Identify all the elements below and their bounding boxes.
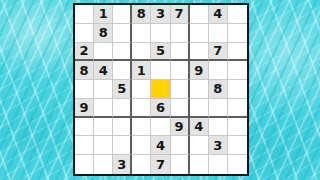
cell-r4c7[interactable]: 9 [190, 61, 209, 80]
cell-r3c2[interactable] [94, 43, 113, 62]
cell-r1c2[interactable]: 1 [94, 5, 113, 24]
cell-r7c3[interactable] [113, 118, 132, 137]
cell-r7c5[interactable] [151, 118, 170, 137]
cell-r6c7[interactable] [190, 99, 209, 118]
cell-r4c3[interactable] [113, 61, 132, 80]
cell-r5c8[interactable]: 8 [209, 80, 228, 99]
cell-r4c9[interactable] [228, 61, 247, 80]
cell-r6c4[interactable] [132, 99, 151, 118]
cell-r2c8[interactable] [209, 24, 228, 43]
cell-r5c3[interactable]: 5 [113, 80, 132, 99]
cell-r4c1[interactable]: 8 [75, 61, 94, 80]
cell-r5c4[interactable] [132, 80, 151, 99]
cell-r1c4[interactable]: 8 [132, 5, 151, 24]
cell-r9c6[interactable] [171, 155, 190, 174]
cell-r5c5[interactable] [151, 80, 170, 99]
cell-r9c7[interactable] [190, 155, 209, 174]
cell-r4c5[interactable] [151, 61, 170, 80]
cell-r7c4[interactable] [132, 118, 151, 137]
cell-r2c2[interactable]: 8 [94, 24, 113, 43]
cell-r7c2[interactable] [94, 118, 113, 137]
cell-r1c1[interactable] [75, 5, 94, 24]
cell-r9c5[interactable]: 7 [151, 155, 170, 174]
cell-r5c9[interactable] [228, 80, 247, 99]
cell-r3c4[interactable] [132, 43, 151, 62]
cell-r3c6[interactable] [171, 43, 190, 62]
cell-r8c4[interactable] [132, 136, 151, 155]
cell-r9c3[interactable]: 3 [113, 155, 132, 174]
cell-r4c2[interactable]: 4 [94, 61, 113, 80]
cell-r9c4[interactable] [132, 155, 151, 174]
cell-r3c1[interactable]: 2 [75, 43, 94, 62]
cell-r2c3[interactable] [113, 24, 132, 43]
cell-r1c7[interactable] [190, 5, 209, 24]
cell-r8c6[interactable] [171, 136, 190, 155]
cell-r7c9[interactable] [228, 118, 247, 137]
cell-r6c9[interactable] [228, 99, 247, 118]
cell-r7c8[interactable] [209, 118, 228, 137]
cell-r9c1[interactable] [75, 155, 94, 174]
cell-r8c7[interactable] [190, 136, 209, 155]
cell-r3c5[interactable]: 5 [151, 43, 170, 62]
cell-r2c7[interactable] [190, 24, 209, 43]
cell-r8c5[interactable]: 4 [151, 136, 170, 155]
cell-r6c8[interactable] [209, 99, 228, 118]
cell-r9c9[interactable] [228, 155, 247, 174]
cell-r1c8[interactable]: 4 [209, 5, 228, 24]
cell-r2c6[interactable] [171, 24, 190, 43]
cell-r6c2[interactable] [94, 99, 113, 118]
cell-r3c8[interactable]: 7 [209, 43, 228, 62]
cell-r5c2[interactable] [94, 80, 113, 99]
cell-r7c7[interactable]: 4 [190, 118, 209, 137]
cell-r5c1[interactable] [75, 80, 94, 99]
cell-r1c3[interactable] [113, 5, 132, 24]
cell-r1c9[interactable] [228, 5, 247, 24]
cell-r8c8[interactable]: 3 [209, 136, 228, 155]
sudoku-board: 18374825784195896944337 [73, 3, 249, 176]
cell-r3c3[interactable] [113, 43, 132, 62]
cell-r4c8[interactable] [209, 61, 228, 80]
cell-r6c6[interactable] [171, 99, 190, 118]
cell-r2c1[interactable] [75, 24, 94, 43]
cell-r4c4[interactable]: 1 [132, 61, 151, 80]
cell-r9c2[interactable] [94, 155, 113, 174]
cell-r5c6[interactable] [171, 80, 190, 99]
cell-r8c9[interactable] [228, 136, 247, 155]
cell-r6c5[interactable]: 6 [151, 99, 170, 118]
cell-r4c6[interactable] [171, 61, 190, 80]
cell-r2c9[interactable] [228, 24, 247, 43]
cell-r8c1[interactable] [75, 136, 94, 155]
cell-r7c1[interactable] [75, 118, 94, 137]
cell-r8c3[interactable] [113, 136, 132, 155]
cell-r7c6[interactable]: 9 [171, 118, 190, 137]
cell-r3c9[interactable] [228, 43, 247, 62]
cell-r5c7[interactable] [190, 80, 209, 99]
cell-r2c5[interactable] [151, 24, 170, 43]
cell-r1c5[interactable]: 3 [151, 5, 170, 24]
cell-r9c8[interactable] [209, 155, 228, 174]
cell-r6c1[interactable]: 9 [75, 99, 94, 118]
cell-r1c6[interactable]: 7 [171, 5, 190, 24]
cell-r6c3[interactable] [113, 99, 132, 118]
cell-r2c4[interactable] [132, 24, 151, 43]
cell-r3c7[interactable] [190, 43, 209, 62]
cell-r8c2[interactable] [94, 136, 113, 155]
